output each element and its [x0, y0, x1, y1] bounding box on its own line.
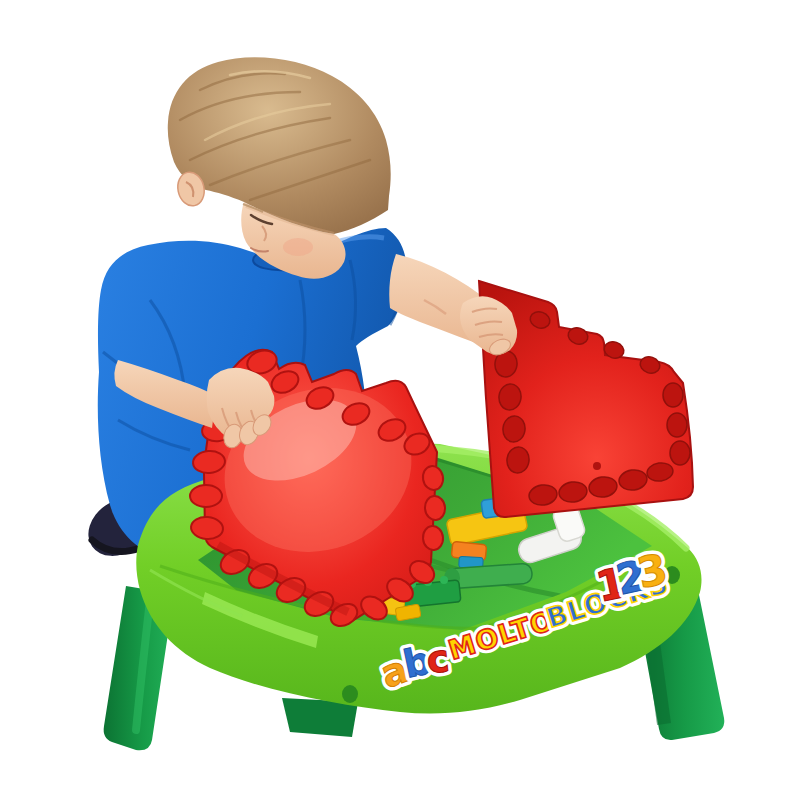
- product-photo: a a b b c c MOLTO MOLTO BLOCKS BLOCKS 1 …: [0, 0, 800, 800]
- screw-hole-left: [342, 685, 358, 703]
- lid-right-dimple: [593, 462, 601, 470]
- cheek-blush: [283, 238, 313, 256]
- hair: [168, 57, 391, 234]
- scene-illustration: a a b b c c MOLTO MOLTO BLOCKS BLOCKS 1 …: [0, 0, 800, 800]
